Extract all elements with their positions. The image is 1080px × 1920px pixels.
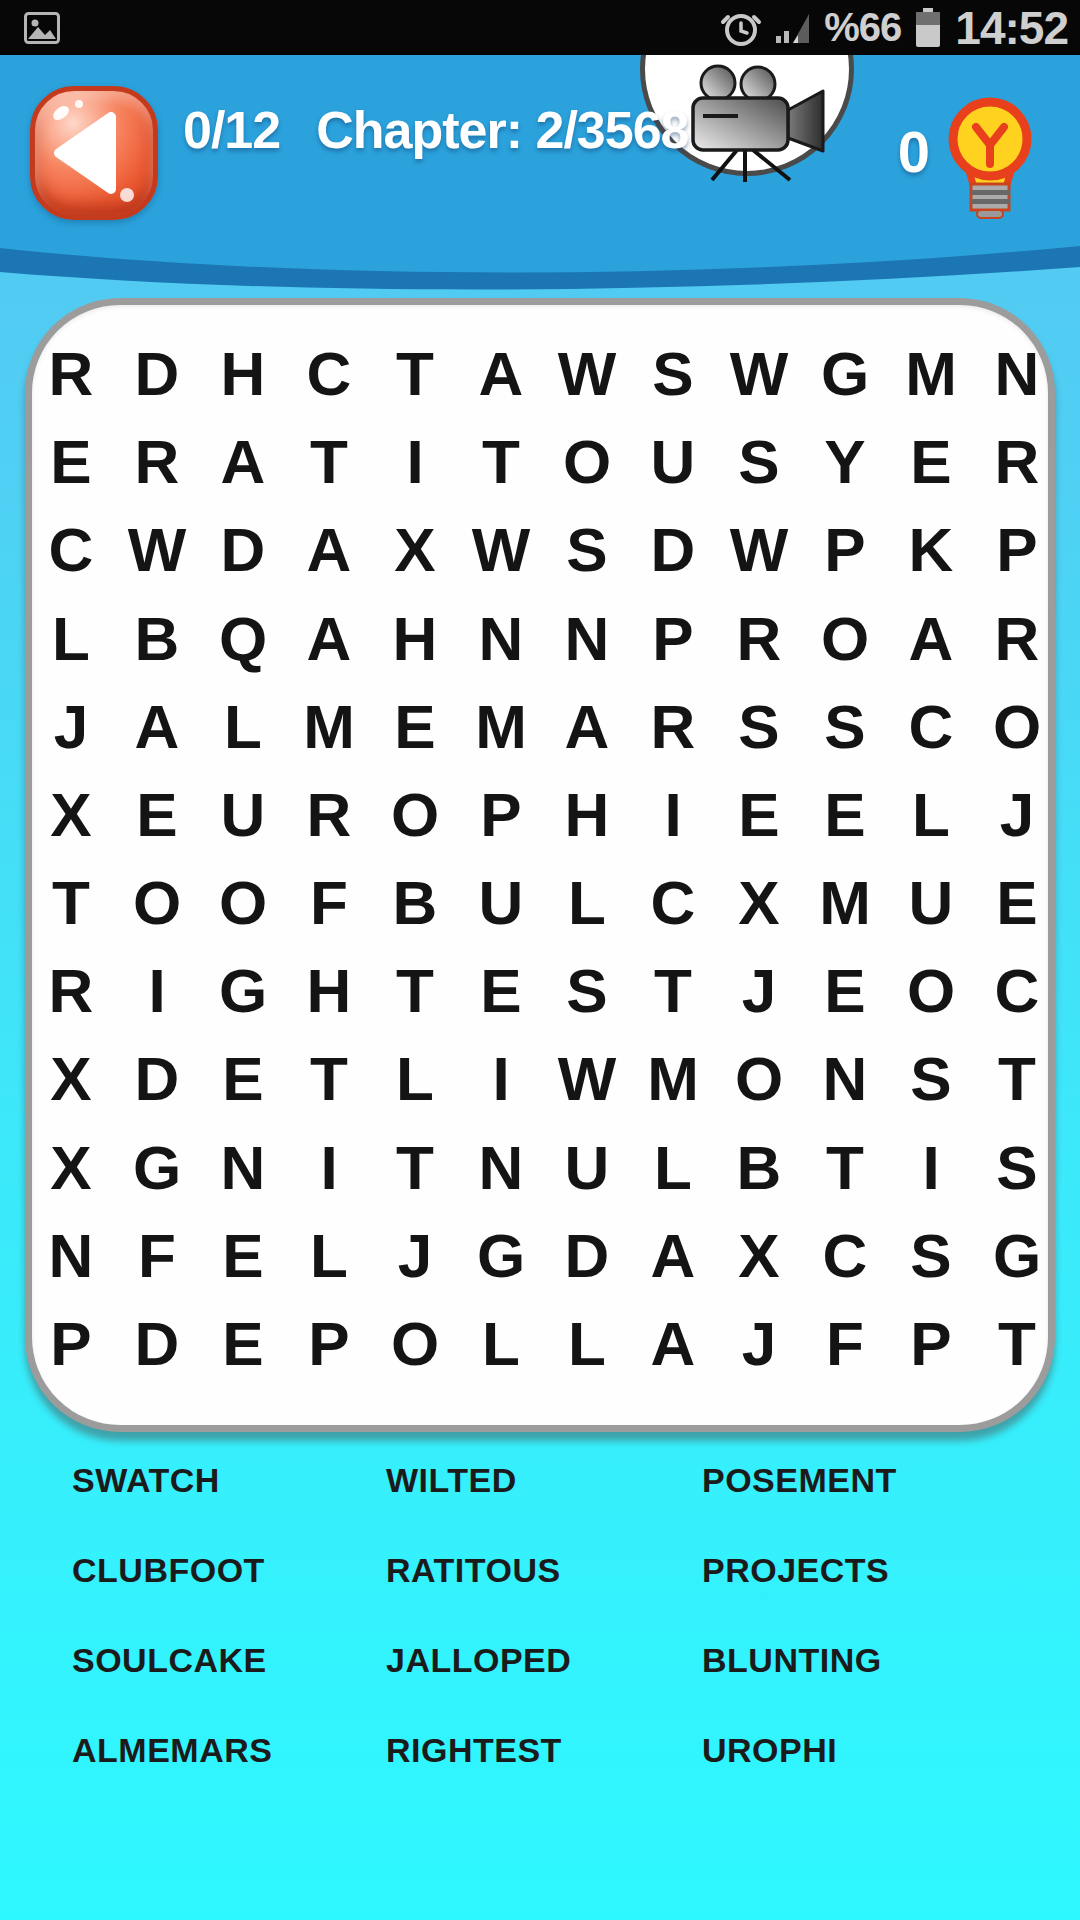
letter-cell-r1c5[interactable]: T: [372, 330, 458, 418]
word-item: SOULCAKE: [72, 1641, 386, 1680]
word-item: CLUBFOOT: [72, 1551, 386, 1590]
letter-cell-r8c12[interactable]: C: [974, 947, 1060, 1035]
letter-cell-r11c5[interactable]: J: [372, 1212, 458, 1300]
letter-cell-r5c3[interactable]: L: [200, 683, 286, 771]
word-item: BLUNTING: [702, 1641, 1012, 1680]
letter-cell-r11c2[interactable]: F: [114, 1212, 200, 1300]
letter-cell-r6c9[interactable]: E: [716, 771, 802, 859]
letter-cell-r12c1[interactable]: P: [28, 1300, 114, 1388]
letter-cell-r1c3[interactable]: H: [200, 330, 286, 418]
gallery-icon: [24, 12, 60, 44]
found-counter: 0/12: [183, 100, 280, 160]
letter-cell-r9c6[interactable]: I: [458, 1035, 544, 1123]
header-title: 0/12 Chapter: 2/3568: [183, 100, 689, 160]
word-item: RATITOUS: [386, 1551, 702, 1590]
letter-cell-r10c2[interactable]: G: [114, 1123, 200, 1211]
letter-cell-r8c1[interactable]: R: [28, 947, 114, 1035]
word-list: SWATCHWILTEDPOSEMENTCLUBFOOTRATITOUSPROJ…: [72, 1435, 1012, 1795]
letter-cell-r5c8[interactable]: R: [630, 683, 716, 771]
letter-cell-r10c3[interactable]: N: [200, 1123, 286, 1211]
letter-cell-r7c3[interactable]: O: [200, 859, 286, 947]
letter-cell-r5c1[interactable]: J: [28, 683, 114, 771]
letter-cell-r10c9[interactable]: B: [716, 1123, 802, 1211]
letter-cell-r2c12[interactable]: R: [974, 418, 1060, 506]
letter-cell-r4c6[interactable]: N: [458, 594, 544, 682]
letter-cell-r6c6[interactable]: P: [458, 771, 544, 859]
letter-cell-r7c1[interactable]: T: [28, 859, 114, 947]
letter-cell-r3c6[interactable]: W: [458, 506, 544, 594]
letter-cell-r5c11[interactable]: C: [888, 683, 974, 771]
letter-cell-r6c8[interactable]: I: [630, 771, 716, 859]
letter-cell-r9c1[interactable]: X: [28, 1035, 114, 1123]
letter-cell-r4c11[interactable]: A: [888, 594, 974, 682]
letter-cell-r10c8[interactable]: L: [630, 1123, 716, 1211]
letter-cell-r6c2[interactable]: E: [114, 771, 200, 859]
letter-cell-r10c4[interactable]: I: [286, 1123, 372, 1211]
letter-cell-r9c12[interactable]: T: [974, 1035, 1060, 1123]
letter-cell-r1c8[interactable]: S: [630, 330, 716, 418]
letter-cell-r8c7[interactable]: S: [544, 947, 630, 1035]
letter-cell-r11c1[interactable]: N: [28, 1212, 114, 1300]
letter-cell-r12c9[interactable]: J: [716, 1300, 802, 1388]
alarm-icon: [720, 7, 762, 49]
letter-cell-r10c6[interactable]: N: [458, 1123, 544, 1211]
letter-cell-r5c10[interactable]: S: [802, 683, 888, 771]
letter-cell-r1c10[interactable]: G: [802, 330, 888, 418]
letter-cell-r11c6[interactable]: G: [458, 1212, 544, 1300]
letter-cell-r3c1[interactable]: C: [28, 506, 114, 594]
letter-cell-r11c7[interactable]: D: [544, 1212, 630, 1300]
letter-cell-r7c11[interactable]: U: [888, 859, 974, 947]
letter-cell-r3c12[interactable]: P: [974, 506, 1060, 594]
letter-cell-r10c5[interactable]: T: [372, 1123, 458, 1211]
letter-cell-r4c9[interactable]: R: [716, 594, 802, 682]
lightbulb-icon[interactable]: [944, 94, 1036, 220]
letter-cell-r4c7[interactable]: N: [544, 594, 630, 682]
letter-cell-r2c10[interactable]: Y: [802, 418, 888, 506]
letter-cell-r7c10[interactable]: M: [802, 859, 888, 947]
letter-cell-r5c9[interactable]: S: [716, 683, 802, 771]
letter-cell-r11c10[interactable]: C: [802, 1212, 888, 1300]
letter-cell-r2c3[interactable]: A: [200, 418, 286, 506]
signal-icon: [776, 12, 810, 44]
letter-cell-r5c12[interactable]: O: [974, 683, 1060, 771]
word-item: SWATCH: [72, 1461, 386, 1500]
letter-cell-r8c9[interactable]: J: [716, 947, 802, 1035]
letter-cell-r3c10[interactable]: P: [802, 506, 888, 594]
letter-cell-r6c7[interactable]: H: [544, 771, 630, 859]
letter-cell-r10c12[interactable]: S: [974, 1123, 1060, 1211]
letter-cell-r12c8[interactable]: A: [630, 1300, 716, 1388]
letter-cell-r6c3[interactable]: U: [200, 771, 286, 859]
letter-cell-r3c5[interactable]: X: [372, 506, 458, 594]
letter-cell-r12c12[interactable]: T: [974, 1300, 1060, 1388]
letter-cell-r12c2[interactable]: D: [114, 1300, 200, 1388]
letter-cell-r9c11[interactable]: S: [888, 1035, 974, 1123]
letter-cell-r12c3[interactable]: E: [200, 1300, 286, 1388]
letter-cell-r7c12[interactable]: E: [974, 859, 1060, 947]
letter-cell-r12c6[interactable]: L: [458, 1300, 544, 1388]
letter-cell-r6c1[interactable]: X: [28, 771, 114, 859]
letter-cell-r7c8[interactable]: C: [630, 859, 716, 947]
letter-cell-r2c2[interactable]: R: [114, 418, 200, 506]
letter-cell-r2c6[interactable]: T: [458, 418, 544, 506]
letter-cell-r7c2[interactable]: O: [114, 859, 200, 947]
back-button[interactable]: [30, 86, 158, 220]
letter-cell-r9c10[interactable]: N: [802, 1035, 888, 1123]
letter-cell-r4c10[interactable]: O: [802, 594, 888, 682]
letter-cell-r7c7[interactable]: L: [544, 859, 630, 947]
letter-cell-r12c4[interactable]: P: [286, 1300, 372, 1388]
letter-cell-r8c11[interactable]: O: [888, 947, 974, 1035]
word-item: JALLOPED: [386, 1641, 702, 1680]
letter-cell-r1c9[interactable]: W: [716, 330, 802, 418]
letter-cell-r2c4[interactable]: T: [286, 418, 372, 506]
letter-cell-r1c7[interactable]: W: [544, 330, 630, 418]
letter-cell-r4c4[interactable]: A: [286, 594, 372, 682]
letter-cell-r5c4[interactable]: M: [286, 683, 372, 771]
letter-cell-r3c9[interactable]: W: [716, 506, 802, 594]
letter-cell-r1c6[interactable]: A: [458, 330, 544, 418]
letter-cell-r4c5[interactable]: H: [372, 594, 458, 682]
letter-cell-r10c7[interactable]: U: [544, 1123, 630, 1211]
letter-cell-r7c6[interactable]: U: [458, 859, 544, 947]
letter-cell-r1c12[interactable]: N: [974, 330, 1060, 418]
letter-cell-r12c7[interactable]: L: [544, 1300, 630, 1388]
letter-cell-r5c2[interactable]: A: [114, 683, 200, 771]
letter-cell-r8c8[interactable]: T: [630, 947, 716, 1035]
video-camera-icon[interactable]: [690, 58, 830, 183]
letter-cell-r8c2[interactable]: I: [114, 947, 200, 1035]
letter-grid[interactable]: RDHCTAWSWGMNERATITOUSYERCWDAXWSDWPKPLBQA…: [28, 330, 1060, 1388]
letter-cell-r11c4[interactable]: L: [286, 1212, 372, 1300]
letter-cell-r4c8[interactable]: P: [630, 594, 716, 682]
letter-cell-r3c2[interactable]: W: [114, 506, 200, 594]
letter-cell-r5c6[interactable]: M: [458, 683, 544, 771]
letter-cell-r9c7[interactable]: W: [544, 1035, 630, 1123]
letter-cell-r6c12[interactable]: J: [974, 771, 1060, 859]
word-item: ALMEMARS: [72, 1731, 386, 1770]
word-item: UROPHI: [702, 1731, 1012, 1770]
letter-cell-r9c5[interactable]: L: [372, 1035, 458, 1123]
letter-cell-r11c3[interactable]: E: [200, 1212, 286, 1300]
letter-cell-r7c4[interactable]: F: [286, 859, 372, 947]
letter-cell-r10c1[interactable]: X: [28, 1123, 114, 1211]
chapter-label: Chapter: 2/3568: [316, 100, 688, 160]
letter-cell-r2c1[interactable]: E: [28, 418, 114, 506]
letter-cell-r3c4[interactable]: A: [286, 506, 372, 594]
word-item: POSEMENT: [702, 1461, 1012, 1500]
letter-cell-r2c8[interactable]: U: [630, 418, 716, 506]
letter-cell-r5c5[interactable]: E: [372, 683, 458, 771]
letter-cell-r8c10[interactable]: E: [802, 947, 888, 1035]
letter-cell-r2c11[interactable]: E: [888, 418, 974, 506]
letter-cell-r11c12[interactable]: G: [974, 1212, 1060, 1300]
letter-cell-r12c11[interactable]: P: [888, 1300, 974, 1388]
letter-cell-r9c4[interactable]: T: [286, 1035, 372, 1123]
letter-cell-r4c2[interactable]: B: [114, 594, 200, 682]
letter-cell-r2c9[interactable]: S: [716, 418, 802, 506]
battery-icon: [915, 8, 941, 48]
status-bar: %66 14:52: [0, 0, 1080, 55]
letter-cell-r3c8[interactable]: D: [630, 506, 716, 594]
letter-cell-r12c10[interactable]: F: [802, 1300, 888, 1388]
letter-cell-r11c11[interactable]: S: [888, 1212, 974, 1300]
letter-cell-r6c5[interactable]: O: [372, 771, 458, 859]
battery-percent: %66: [824, 5, 901, 50]
letter-cell-r10c10[interactable]: T: [802, 1123, 888, 1211]
letter-cell-r8c3[interactable]: G: [200, 947, 286, 1035]
letter-cell-r11c8[interactable]: A: [630, 1212, 716, 1300]
letter-cell-r1c2[interactable]: D: [114, 330, 200, 418]
letter-cell-r9c3[interactable]: E: [200, 1035, 286, 1123]
letter-cell-r3c11[interactable]: K: [888, 506, 974, 594]
letter-cell-r1c4[interactable]: C: [286, 330, 372, 418]
letter-cell-r9c2[interactable]: D: [114, 1035, 200, 1123]
letter-cell-r6c4[interactable]: R: [286, 771, 372, 859]
word-item: PROJECTS: [702, 1551, 1012, 1590]
letter-cell-r8c6[interactable]: E: [458, 947, 544, 1035]
letter-cell-r6c11[interactable]: L: [888, 771, 974, 859]
letter-cell-r11c9[interactable]: X: [716, 1212, 802, 1300]
letter-cell-r3c7[interactable]: S: [544, 506, 630, 594]
letter-cell-r2c5[interactable]: I: [372, 418, 458, 506]
letter-cell-r2c7[interactable]: O: [544, 418, 630, 506]
letter-cell-r3c3[interactable]: D: [200, 506, 286, 594]
back-arrow-icon: [35, 91, 153, 215]
letter-cell-r1c1[interactable]: R: [28, 330, 114, 418]
letter-cell-r9c9[interactable]: O: [716, 1035, 802, 1123]
letter-cell-r8c4[interactable]: H: [286, 947, 372, 1035]
letter-cell-r6c10[interactable]: E: [802, 771, 888, 859]
letter-cell-r12c5[interactable]: O: [372, 1300, 458, 1388]
letter-cell-r9c8[interactable]: M: [630, 1035, 716, 1123]
word-item: RIGHTEST: [386, 1731, 702, 1770]
letter-cell-r4c3[interactable]: Q: [200, 594, 286, 682]
letter-cell-r4c12[interactable]: R: [974, 594, 1060, 682]
clock-time: 14:52: [955, 1, 1068, 55]
letter-cell-r5c7[interactable]: A: [544, 683, 630, 771]
app-screen: %66 14:52: [0, 0, 1080, 1920]
letter-cell-r8c5[interactable]: T: [372, 947, 458, 1035]
hint-count: 0: [860, 118, 930, 185]
letter-cell-r7c5[interactable]: B: [372, 859, 458, 947]
letter-cell-r4c1[interactable]: L: [28, 594, 114, 682]
letter-cell-r1c11[interactable]: M: [888, 330, 974, 418]
letter-cell-r7c9[interactable]: X: [716, 859, 802, 947]
word-item: WILTED: [386, 1461, 702, 1500]
letter-cell-r10c11[interactable]: I: [888, 1123, 974, 1211]
